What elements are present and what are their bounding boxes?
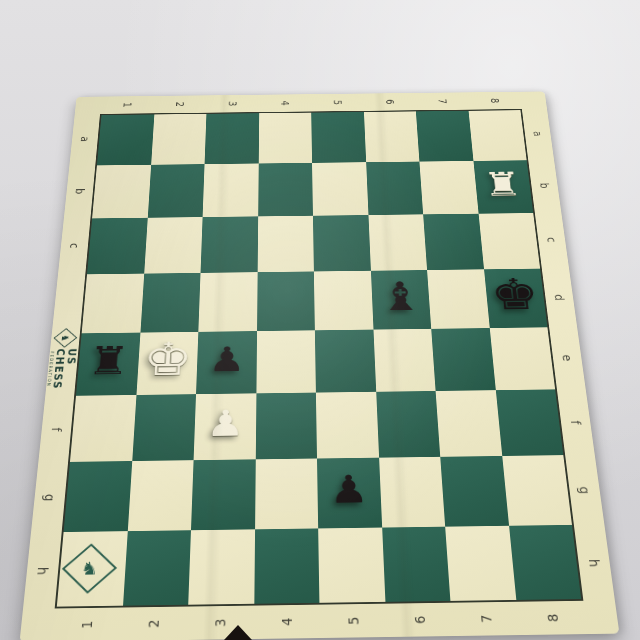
file-label-left-g: g — [8, 484, 90, 512]
square-f3: ♟ — [194, 393, 256, 460]
square-e6 — [373, 329, 436, 392]
corner-logo-emblem: ♞ — [62, 543, 117, 593]
square-f7 — [436, 390, 502, 457]
rank-label-top-7: 7 — [429, 82, 456, 121]
square-f5 — [316, 392, 379, 459]
rank-label-top-3: 3 — [220, 84, 244, 123]
us-chess-logo-text: US CHESS — [51, 348, 78, 389]
square-g3 — [191, 459, 255, 530]
square-b3 — [203, 163, 259, 217]
file-label-right-e: e — [528, 346, 606, 371]
file-label-left-c: c — [38, 235, 111, 257]
square-b6 — [366, 162, 423, 215]
square-d6: ♝ — [370, 270, 431, 330]
square-g4 — [255, 458, 319, 529]
file-label-left-b: b — [44, 181, 115, 202]
file-label-right-a: a — [503, 124, 573, 144]
rank-label-top-4: 4 — [273, 84, 297, 123]
rank-label-bottom-8: 8 — [531, 587, 574, 640]
rank-label-bottom-1: 1 — [66, 594, 107, 640]
square-f4 — [255, 393, 317, 460]
rank-label-bottom-5: 5 — [334, 590, 372, 640]
file-label-left-a: a — [50, 129, 119, 149]
square-c4 — [257, 216, 314, 272]
rank-label-top-1: 1 — [114, 86, 141, 125]
square-c2 — [144, 217, 203, 274]
rank-label-bottom-6: 6 — [400, 589, 439, 640]
square-d5 — [314, 271, 373, 331]
rank-label-top-5: 5 — [325, 83, 350, 122]
square-g2 — [127, 460, 193, 531]
square-e3: ♟ — [196, 331, 257, 394]
piece-black-king-d8: ♚ — [489, 273, 542, 317]
square-e5 — [315, 330, 376, 393]
us-chess-logo-rotor: ♞ US CHESS FEDERATION — [46, 331, 80, 390]
piece-black-pawn-g5: ♟ — [329, 470, 369, 509]
piece-white-rook-b8: ♜ — [482, 168, 524, 201]
chess-board: ♜♝♚♜♚♟♟♟♞ — [55, 109, 584, 608]
rank-label-top-8: 8 — [481, 81, 509, 120]
square-c6 — [368, 214, 427, 270]
square-b5 — [312, 162, 368, 216]
rank-label-bottom-7: 7 — [466, 588, 507, 640]
piece-white-king-e2: ♚ — [142, 336, 194, 383]
square-e2: ♚ — [136, 332, 198, 395]
square-d4 — [257, 271, 315, 331]
square-b2 — [147, 164, 204, 218]
square-b4 — [258, 163, 313, 217]
piece-black-rook-e1: ♜ — [86, 341, 130, 380]
square-d8: ♚ — [484, 269, 548, 328]
square-g6 — [379, 457, 446, 528]
knight-logo-icon: ♞ — [54, 328, 78, 347]
square-b7 — [419, 161, 478, 214]
square-d3 — [198, 272, 257, 332]
piece-white-pawn-f3: ♟ — [206, 405, 245, 442]
square-d2 — [140, 273, 201, 333]
piece-black-pawn-e3: ♟ — [208, 342, 245, 377]
square-e7 — [431, 328, 495, 391]
file-label-right-f: f — [536, 409, 616, 435]
piece-black-bishop-d6: ♝ — [378, 277, 423, 317]
rank-label-top-2: 2 — [167, 85, 193, 124]
square-f6 — [376, 391, 440, 458]
file-label-right-c: c — [515, 229, 589, 251]
rank-label-top-6: 6 — [377, 83, 403, 122]
square-g5: ♟ — [317, 458, 382, 529]
rank-label-bottom-2: 2 — [133, 593, 172, 640]
square-f2 — [132, 394, 196, 461]
corner-knight-icon: ♞ — [80, 559, 99, 577]
us-chess-logo-text-stack: US CHESS FEDERATION — [46, 348, 79, 389]
square-d7 — [427, 269, 489, 328]
square-c7 — [423, 214, 483, 270]
photo-backdrop: 12345678 12345678 abcfgh abcdefgh ♞ US C… — [0, 0, 640, 640]
square-c5 — [313, 215, 371, 271]
file-label-right-h: h — [552, 548, 638, 577]
rank-label-bottom-4: 4 — [268, 591, 304, 640]
square-e4 — [256, 330, 316, 393]
file-label-right-g: g — [543, 477, 626, 505]
rank-labels-bottom: 12345678 — [52, 601, 588, 640]
square-g7 — [440, 456, 508, 527]
square-c3 — [201, 216, 258, 272]
chess-mat: 12345678 12345678 abcfgh abcdefgh ♞ US C… — [19, 91, 619, 640]
